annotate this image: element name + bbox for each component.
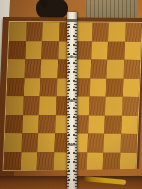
ruler-number-mark [73, 170, 75, 172]
board-square [122, 78, 139, 97]
ruler-tick [75, 93, 77, 94]
ruler-number-mark [68, 116, 70, 118]
ruler-tick [67, 33, 69, 34]
ruler-tick [67, 150, 69, 151]
board-square [105, 97, 122, 116]
ruler-number-mark [73, 107, 75, 109]
ruler-tick [67, 93, 69, 94]
board-square [107, 41, 124, 60]
ruler-tick [75, 45, 77, 46]
ruler-tick [75, 147, 77, 148]
ruler-tick [75, 63, 77, 64]
ruler-tick [67, 105, 69, 106]
ruler-tick [75, 165, 77, 166]
ruler-number-mark [68, 152, 70, 154]
ruler-tick [75, 60, 77, 61]
ruler-number-mark [68, 26, 70, 28]
board-square [38, 115, 55, 134]
board-square [41, 41, 58, 60]
ruler-tick [67, 120, 69, 121]
ruler-tick [75, 162, 77, 163]
ruler-number-mark [68, 107, 70, 109]
ruler-tick [75, 138, 77, 139]
board-square [8, 41, 25, 60]
folding-ruler [67, 12, 77, 189]
ruler-tick [67, 165, 69, 166]
ruler-number-mark [68, 179, 70, 181]
ruler-tick [67, 186, 69, 187]
ruler-number-mark [68, 71, 70, 73]
board-square [120, 134, 137, 153]
ruler-tick [75, 156, 77, 157]
board-square [124, 41, 141, 60]
ruler-tick [67, 69, 70, 70]
ruler-tick [74, 39, 77, 40]
ruler-tick [67, 24, 70, 25]
board-square [26, 22, 43, 41]
ruler-tick [75, 36, 77, 37]
ruler-tick [75, 153, 77, 154]
ruler-tick [75, 105, 77, 106]
ruler-tick [67, 111, 69, 112]
board-square [40, 78, 57, 97]
ruler-joint-rivet [70, 99, 73, 102]
board-square [103, 152, 120, 171]
ruler-number-mark [68, 89, 70, 91]
board-square [88, 115, 105, 134]
ruler-tick [75, 132, 77, 133]
ruler-tick [67, 75, 69, 76]
ruler-tick [75, 78, 77, 79]
ruler-tick [75, 48, 77, 49]
ruler-tick [74, 69, 77, 70]
ruler-tick [67, 132, 69, 133]
ruler-tick [67, 51, 69, 52]
ruler-number-mark [73, 44, 75, 46]
ruler-tick [67, 66, 69, 67]
board-square [7, 78, 24, 97]
board-square [123, 60, 140, 79]
ruler-tick [75, 177, 77, 178]
ruler-tick [67, 48, 69, 49]
ruler-tick [67, 138, 69, 139]
ruler-number-mark [68, 170, 70, 172]
ruler-tick [75, 126, 77, 127]
ruler-tick [67, 159, 70, 160]
ruler-tick [74, 159, 77, 160]
ruler-number-mark [73, 116, 75, 118]
ruler-number-mark [68, 125, 70, 127]
ruler-tick [67, 141, 69, 142]
ruler-number-mark [73, 62, 75, 64]
board-square [40, 59, 57, 78]
ruler-tick [67, 42, 69, 43]
ruler-tick [75, 75, 77, 76]
board-square [92, 23, 109, 42]
ruler-tick [67, 114, 70, 115]
board-square [106, 60, 123, 79]
ruler-number-mark [73, 26, 75, 28]
board-square [87, 134, 104, 153]
board-square [25, 41, 42, 60]
board-square [91, 41, 108, 60]
ruler-tick [75, 120, 77, 121]
ruler-number-mark [68, 62, 70, 64]
board-square [104, 115, 121, 134]
ruler-number-mark [73, 134, 75, 136]
ruler-tick [67, 39, 70, 40]
ruler-tick [75, 111, 77, 112]
ruler-number-mark [68, 35, 70, 37]
ruler-tick [74, 174, 77, 175]
ruler-tick [75, 150, 77, 151]
ruler-tick [74, 84, 77, 85]
ruler-tick [75, 90, 77, 91]
board-square [22, 115, 39, 134]
board-square [103, 134, 120, 153]
ruler-tick [75, 141, 77, 142]
ruler-tick [75, 81, 77, 82]
board-square [42, 22, 59, 41]
board-square [106, 78, 123, 97]
ruler-number-mark [68, 161, 70, 163]
board-square [4, 133, 21, 152]
ruler-tick [75, 66, 77, 67]
ruler-tick [67, 183, 69, 184]
ruler-tick [67, 78, 69, 79]
board-square [37, 152, 54, 171]
ruler-joint-rivet [70, 55, 73, 58]
ruler-tick [75, 33, 77, 34]
ruler-tick [74, 129, 77, 130]
ruler-tick [67, 102, 69, 103]
ruler-tick [75, 117, 77, 118]
board-square [9, 22, 26, 41]
board-square [24, 59, 41, 78]
ruler-number-mark [73, 152, 75, 154]
ruler-tick [75, 183, 77, 184]
board-square [5, 115, 22, 134]
board-square [121, 97, 138, 116]
ruler-tick [75, 87, 77, 88]
ruler-joint-rivet [70, 143, 73, 146]
board-square [121, 115, 138, 134]
ruler-number-mark [73, 53, 75, 55]
board-square [125, 23, 142, 42]
board-square [20, 152, 37, 171]
ruler-tick [75, 30, 77, 31]
ruler-number-mark [73, 35, 75, 37]
ruler-number-mark [73, 161, 75, 163]
board-square [89, 78, 106, 97]
ruler-tick [67, 96, 69, 97]
ruler-number-mark [73, 179, 75, 181]
ruler-number-mark [68, 134, 70, 136]
ruler-number-mark [73, 80, 75, 82]
ruler-number-mark [68, 80, 70, 82]
board-square [7, 59, 24, 78]
board-square [4, 152, 21, 171]
ruler-tick [74, 114, 77, 115]
ruler-tick [75, 168, 77, 169]
board-square [21, 133, 38, 152]
ruler-tick [67, 174, 70, 175]
ruler-tick [75, 96, 77, 97]
ruler-number-mark [73, 125, 75, 127]
ruler-tick [74, 24, 77, 25]
ruler-tick [67, 156, 69, 157]
ruler-number-mark [68, 44, 70, 46]
ruler-tick [75, 102, 77, 103]
board-square [75, 23, 92, 42]
ruler-tick [67, 30, 69, 31]
board-square [86, 152, 103, 171]
board-square [23, 78, 40, 97]
photo-scene [0, 0, 142, 189]
board-square [108, 23, 125, 42]
ruler-tick [67, 168, 69, 169]
ruler-number-mark [73, 71, 75, 73]
ruler-number-mark [73, 89, 75, 91]
ruler-tick [75, 123, 77, 124]
board-square [6, 96, 23, 115]
ruler-tick [67, 129, 70, 130]
ruler-tick [75, 171, 77, 172]
board-square [39, 96, 56, 115]
board-square [22, 96, 39, 115]
ruler-tick [75, 108, 77, 109]
board-square [37, 133, 54, 152]
ruler-tick [75, 72, 77, 73]
board-square [88, 97, 105, 116]
ruler-end-cap [67, 19, 77, 22]
board-square [90, 60, 107, 79]
ruler-tick [67, 84, 70, 85]
ruler-tick [67, 87, 69, 88]
ruler-tick [75, 42, 77, 43]
ruler-tick [67, 147, 69, 148]
ruler-tick [67, 60, 69, 61]
ruler-tick [75, 27, 77, 28]
ruler-tick [75, 51, 77, 52]
ruler-tick [75, 186, 77, 187]
ruler-tick [67, 177, 69, 178]
ruler-tick [75, 180, 77, 181]
ruler-tick [67, 123, 69, 124]
ruler-tick [75, 135, 77, 136]
